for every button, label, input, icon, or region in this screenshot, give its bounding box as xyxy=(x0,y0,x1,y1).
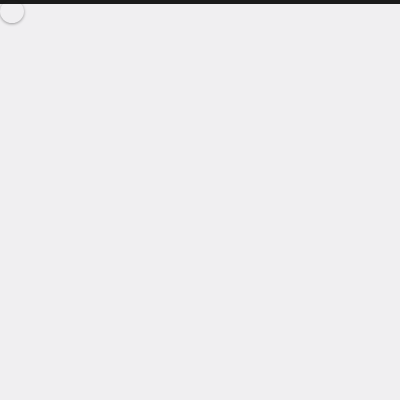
chess-board[interactable] xyxy=(0,0,400,400)
brilliant-move-badge xyxy=(0,0,24,23)
status-bar-remnant xyxy=(0,0,400,4)
chess-app-screen xyxy=(0,0,400,400)
